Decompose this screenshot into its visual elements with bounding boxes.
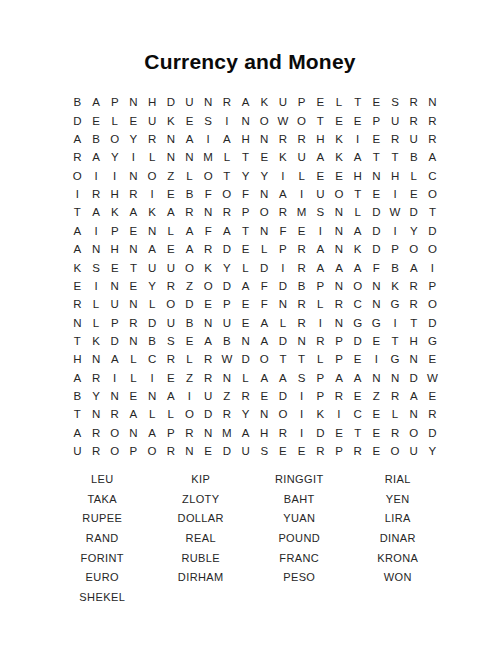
- grid-cell-r19-c15: E: [330, 424, 349, 442]
- grid-cell-r12-c11: F: [255, 296, 274, 314]
- grid-cell-r7-c5: K: [143, 204, 162, 222]
- word-item-yen: YEN: [349, 490, 448, 510]
- grid-cell-r6-c11: N: [255, 186, 274, 204]
- word-item-won: WON: [349, 568, 448, 588]
- grid-cell-r13-c9: U: [218, 314, 237, 332]
- grid-cell-r13-c13: R: [292, 314, 311, 332]
- grid-cell-r3-c12: R: [274, 131, 293, 149]
- grid-cell-r17-c17: Z: [367, 388, 386, 406]
- grid-cell-r2-c10: N: [236, 112, 255, 130]
- grid-cell-r4-c8: M: [199, 149, 218, 167]
- grid-cell-r19-c13: I: [292, 424, 311, 442]
- grid-cell-r3-c4: Y: [124, 131, 143, 149]
- grid-cell-r5-c16: H: [348, 167, 367, 185]
- grid-cell-r11-c17: N: [367, 277, 386, 295]
- grid-cell-r4-c18: T: [386, 149, 405, 167]
- grid-cell-r7-c15: N: [330, 204, 349, 222]
- grid-cell-r18-c5: L: [143, 406, 162, 424]
- grid-cell-r3-c18: R: [386, 131, 405, 149]
- grid-cell-r4-c17: T: [367, 149, 386, 167]
- word-item-franc: FRANC: [250, 548, 349, 568]
- grid-cell-r11-c16: O: [348, 277, 367, 295]
- grid-cell-r8-c14: I: [311, 222, 330, 240]
- grid-cell-r9-c17: D: [367, 241, 386, 259]
- grid-cell-r9-c16: K: [348, 241, 367, 259]
- grid-cell-r7-c6: A: [161, 204, 180, 222]
- grid-cell-r15-c16: E: [348, 351, 367, 369]
- grid-cell-r4-c16: A: [348, 149, 367, 167]
- grid-cell-r1-c15: L: [330, 94, 349, 112]
- grid-cell-r11-c5: Y: [143, 277, 162, 295]
- grid-cell-r1-c19: R: [404, 94, 423, 112]
- grid-cell-r5-c3: I: [105, 167, 124, 185]
- grid-cell-r16-c8: R: [199, 369, 218, 387]
- grid-cell-r7-c16: L: [348, 204, 367, 222]
- grid-cell-r14-c7: E: [180, 332, 199, 350]
- grid-cell-r5-c13: L: [292, 167, 311, 185]
- grid-cell-r11-c8: O: [199, 277, 218, 295]
- grid-cell-r20-c6: R: [161, 443, 180, 461]
- grid-cell-r8-c11: N: [255, 222, 274, 240]
- grid-cell-r3-c3: O: [105, 131, 124, 149]
- grid-cell-r13-c6: U: [161, 314, 180, 332]
- grid-cell-r1-c16: T: [348, 94, 367, 112]
- grid-cell-r15-c1: H: [68, 351, 87, 369]
- grid-cell-r10-c8: K: [199, 259, 218, 277]
- grid-cell-r20-c1: U: [68, 443, 87, 461]
- word-item-rand: RAND: [53, 529, 152, 549]
- grid-cell-r11-c19: R: [404, 277, 423, 295]
- grid-cell-r8-c15: N: [330, 222, 349, 240]
- grid-cell-r11-c6: R: [161, 277, 180, 295]
- grid-cell-r3-c17: E: [367, 131, 386, 149]
- word-item-pound: POUND: [250, 529, 349, 549]
- grid-cell-r5-c15: E: [330, 167, 349, 185]
- word-item-empty: [349, 588, 448, 608]
- grid-cell-r14-c16: D: [348, 332, 367, 350]
- grid-cell-r6-c2: R: [87, 186, 106, 204]
- word-item-euro: EURO: [53, 568, 152, 588]
- grid-cell-r11-c7: Z: [180, 277, 199, 295]
- grid-cell-r3-c11: N: [255, 131, 274, 149]
- grid-cell-r1-c12: U: [274, 94, 293, 112]
- grid-cell-r9-c5: A: [143, 241, 162, 259]
- grid-cell-r18-c9: R: [218, 406, 237, 424]
- grid-cell-r13-c16: G: [348, 314, 367, 332]
- grid-cell-r2-c5: U: [143, 112, 162, 130]
- grid-cell-r14-c20: G: [423, 332, 442, 350]
- grid-cell-r12-c12: N: [274, 296, 293, 314]
- grid-cell-r16-c20: W: [423, 369, 442, 387]
- grid-cell-r15-c13: T: [292, 351, 311, 369]
- grid-cell-r1-c20: N: [423, 94, 442, 112]
- grid-cell-r4-c11: E: [255, 149, 274, 167]
- grid-cell-r2-c1: D: [68, 112, 87, 130]
- grid-cell-r11-c10: A: [236, 277, 255, 295]
- word-item-peso: PESO: [250, 568, 349, 588]
- grid-cell-r14-c12: D: [274, 332, 293, 350]
- grid-cell-r12-c18: G: [386, 296, 405, 314]
- grid-cell-r19-c2: R: [87, 424, 106, 442]
- grid-cell-r15-c9: W: [218, 351, 237, 369]
- grid-cell-r17-c12: D: [274, 388, 293, 406]
- grid-cell-r12-c19: R: [404, 296, 423, 314]
- grid-cell-r5-c11: Y: [255, 167, 274, 185]
- grid-cell-r17-c19: A: [404, 388, 423, 406]
- grid-cell-r15-c17: I: [367, 351, 386, 369]
- grid-cell-r15-c12: T: [274, 351, 293, 369]
- grid-cell-r20-c11: S: [255, 443, 274, 461]
- grid-cell-r10-c9: Y: [218, 259, 237, 277]
- grid-cell-r6-c8: F: [199, 186, 218, 204]
- grid-cell-r3-c6: N: [161, 131, 180, 149]
- grid-cell-r8-c18: I: [386, 222, 405, 240]
- grid-cell-r14-c4: N: [124, 332, 143, 350]
- grid-cell-r5-c7: L: [180, 167, 199, 185]
- grid-cell-r10-c14: A: [311, 259, 330, 277]
- grid-cell-r13-c20: D: [423, 314, 442, 332]
- grid-cell-r12-c8: E: [199, 296, 218, 314]
- grid-cell-r8-c13: E: [292, 222, 311, 240]
- grid-cell-r1-c6: D: [161, 94, 180, 112]
- grid-cell-r20-c14: R: [311, 443, 330, 461]
- grid-cell-r16-c19: D: [404, 369, 423, 387]
- grid-cell-r15-c14: L: [311, 351, 330, 369]
- grid-cell-r19-c20: D: [423, 424, 442, 442]
- word-list: LEUKIPRINGGITRIALTAKAZLOTYBAHTYENRUPEEDO…: [53, 470, 447, 607]
- grid-cell-r8-c12: F: [274, 222, 293, 240]
- grid-cell-r1-c13: P: [292, 94, 311, 112]
- grid-cell-r11-c2: I: [87, 277, 106, 295]
- grid-cell-r4-c3: Y: [105, 149, 124, 167]
- grid-cell-r16-c4: L: [124, 369, 143, 387]
- grid-cell-r11-c9: D: [218, 277, 237, 295]
- letter-grid: BAPNHDUNRAKUPELTESRNDELEUKESINOWOTEEPURR…: [68, 94, 442, 461]
- grid-cell-r17-c5: N: [143, 388, 162, 406]
- grid-cell-r4-c9: L: [218, 149, 237, 167]
- grid-cell-r18-c15: I: [330, 406, 349, 424]
- grid-cell-r3-c5: R: [143, 131, 162, 149]
- grid-cell-r18-c3: R: [105, 406, 124, 424]
- grid-cell-r20-c8: E: [199, 443, 218, 461]
- grid-cell-r18-c13: I: [292, 406, 311, 424]
- grid-cell-r14-c6: S: [161, 332, 180, 350]
- grid-cell-r7-c10: P: [236, 204, 255, 222]
- grid-cell-r1-c2: A: [87, 94, 106, 112]
- grid-cell-r11-c20: P: [423, 277, 442, 295]
- grid-cell-r18-c6: L: [161, 406, 180, 424]
- grid-cell-r6-c10: F: [236, 186, 255, 204]
- grid-cell-r18-c4: A: [124, 406, 143, 424]
- grid-cell-r17-c18: R: [386, 388, 405, 406]
- grid-cell-r17-c16: E: [348, 388, 367, 406]
- grid-cell-r10-c18: B: [386, 259, 405, 277]
- grid-cell-r4-c2: A: [87, 149, 106, 167]
- grid-cell-r9-c1: A: [68, 241, 87, 259]
- grid-cell-r12-c1: R: [68, 296, 87, 314]
- grid-cell-r2-c13: O: [292, 112, 311, 130]
- grid-cell-r2-c14: T: [311, 112, 330, 130]
- grid-cell-r1-c1: B: [68, 94, 87, 112]
- grid-cell-r14-c11: A: [255, 332, 274, 350]
- grid-cell-r19-c8: N: [199, 424, 218, 442]
- grid-cell-r19-c10: A: [236, 424, 255, 442]
- grid-cell-r12-c14: L: [311, 296, 330, 314]
- grid-cell-r2-c11: O: [255, 112, 274, 130]
- grid-cell-r17-c11: E: [255, 388, 274, 406]
- grid-cell-r16-c3: I: [105, 369, 124, 387]
- grid-cell-r5-c12: I: [274, 167, 293, 185]
- grid-cell-r19-c17: E: [367, 424, 386, 442]
- grid-cell-r3-c8: I: [199, 131, 218, 149]
- grid-cell-r9-c9: D: [218, 241, 237, 259]
- grid-cell-r5-c19: L: [404, 167, 423, 185]
- grid-cell-r4-c10: T: [236, 149, 255, 167]
- grid-cell-r13-c11: A: [255, 314, 274, 332]
- grid-cell-r15-c7: L: [180, 351, 199, 369]
- grid-cell-r5-c10: Y: [236, 167, 255, 185]
- word-item-forint: FORINT: [53, 548, 152, 568]
- grid-cell-r11-c3: N: [105, 277, 124, 295]
- grid-cell-r8-c4: E: [124, 222, 143, 240]
- grid-cell-r8-c1: A: [68, 222, 87, 240]
- grid-cell-r7-c9: R: [218, 204, 237, 222]
- grid-cell-r20-c9: D: [218, 443, 237, 461]
- grid-cell-r10-c20: I: [423, 259, 442, 277]
- grid-cell-r20-c4: P: [124, 443, 143, 461]
- grid-cell-r12-c3: U: [105, 296, 124, 314]
- grid-cell-r10-c19: A: [404, 259, 423, 277]
- grid-cell-r15-c19: N: [404, 351, 423, 369]
- grid-cell-r19-c16: T: [348, 424, 367, 442]
- grid-cell-r18-c11: N: [255, 406, 274, 424]
- grid-cell-r8-c10: T: [236, 222, 255, 240]
- grid-cell-r17-c15: R: [330, 388, 349, 406]
- grid-cell-r8-c5: N: [143, 222, 162, 240]
- word-item-yuan: YUAN: [250, 509, 349, 529]
- grid-cell-r6-c15: O: [330, 186, 349, 204]
- grid-cell-r10-c12: I: [274, 259, 293, 277]
- grid-cell-r9-c14: A: [311, 241, 330, 259]
- grid-cell-r17-c6: A: [161, 388, 180, 406]
- grid-cell-r11-c15: N: [330, 277, 349, 295]
- grid-cell-r19-c14: D: [311, 424, 330, 442]
- grid-cell-r17-c9: Z: [218, 388, 237, 406]
- grid-cell-r13-c8: N: [199, 314, 218, 332]
- grid-cell-r9-c11: L: [255, 241, 274, 259]
- grid-cell-r6-c19: E: [404, 186, 423, 204]
- grid-cell-r7-c17: D: [367, 204, 386, 222]
- grid-cell-r13-c3: P: [105, 314, 124, 332]
- grid-cell-r2-c19: R: [404, 112, 423, 130]
- grid-cell-r16-c1: A: [68, 369, 87, 387]
- grid-cell-r10-c11: D: [255, 259, 274, 277]
- grid-cell-r4-c12: K: [274, 149, 293, 167]
- grid-cell-r13-c12: L: [274, 314, 293, 332]
- grid-cell-r5-c2: I: [87, 167, 106, 185]
- grid-cell-r9-c20: O: [423, 241, 442, 259]
- grid-cell-r7-c19: D: [404, 204, 423, 222]
- grid-cell-r10-c15: A: [330, 259, 349, 277]
- grid-cell-r10-c4: T: [124, 259, 143, 277]
- grid-cell-r16-c7: Z: [180, 369, 199, 387]
- grid-cell-r11-c18: K: [386, 277, 405, 295]
- grid-cell-r17-c13: I: [292, 388, 311, 406]
- grid-cell-r6-c5: I: [143, 186, 162, 204]
- grid-cell-r1-c4: N: [124, 94, 143, 112]
- grid-cell-r19-c12: R: [274, 424, 293, 442]
- grid-cell-r3-c7: A: [180, 131, 199, 149]
- grid-cell-r9-c19: O: [404, 241, 423, 259]
- word-item-shekel: SHEKEL: [53, 588, 152, 608]
- grid-cell-r20-c12: E: [274, 443, 293, 461]
- grid-cell-r10-c5: U: [143, 259, 162, 277]
- puzzle-page: Currency and Money BAPNHDUNRAKUPELTESRND…: [0, 0, 500, 647]
- grid-cell-r16-c16: A: [348, 369, 367, 387]
- grid-cell-r19-c5: A: [143, 424, 162, 442]
- grid-cell-r1-c18: S: [386, 94, 405, 112]
- grid-cell-r7-c4: A: [124, 204, 143, 222]
- word-item-empty: [250, 588, 349, 608]
- grid-cell-r18-c16: C: [348, 406, 367, 424]
- grid-cell-r4-c1: R: [68, 149, 87, 167]
- grid-cell-r19-c18: R: [386, 424, 405, 442]
- grid-cell-r1-c9: R: [218, 94, 237, 112]
- grid-cell-r6-c9: O: [218, 186, 237, 204]
- grid-cell-r11-c4: E: [124, 277, 143, 295]
- grid-cell-r12-c2: L: [87, 296, 106, 314]
- grid-cell-r15-c8: R: [199, 351, 218, 369]
- grid-cell-r19-c19: O: [404, 424, 423, 442]
- grid-cell-r12-c4: N: [124, 296, 143, 314]
- grid-cell-r19-c4: N: [124, 424, 143, 442]
- grid-cell-r17-c4: E: [124, 388, 143, 406]
- grid-cell-r8-c6: L: [161, 222, 180, 240]
- grid-cell-r17-c7: I: [180, 388, 199, 406]
- grid-cell-r12-c17: N: [367, 296, 386, 314]
- grid-cell-r6-c1: I: [68, 186, 87, 204]
- grid-cell-r1-c11: K: [255, 94, 274, 112]
- grid-cell-r14-c15: P: [330, 332, 349, 350]
- grid-cell-r8-c17: D: [367, 222, 386, 240]
- grid-cell-r5-c6: Z: [161, 167, 180, 185]
- grid-cell-r17-c8: U: [199, 388, 218, 406]
- grid-cell-r12-c7: D: [180, 296, 199, 314]
- grid-cell-r20-c13: E: [292, 443, 311, 461]
- grid-cell-r13-c14: I: [311, 314, 330, 332]
- word-item-ruble: RUBLE: [152, 548, 251, 568]
- grid-cell-r12-c16: C: [348, 296, 367, 314]
- grid-cell-r2-c6: K: [161, 112, 180, 130]
- grid-cell-r2-c18: U: [386, 112, 405, 130]
- grid-cell-r18-c7: O: [180, 406, 199, 424]
- grid-cell-r10-c17: F: [367, 259, 386, 277]
- word-item-taka: TAKA: [53, 490, 152, 510]
- grid-cell-r9-c12: P: [274, 241, 293, 259]
- grid-cell-r15-c3: A: [105, 351, 124, 369]
- grid-cell-r6-c6: E: [161, 186, 180, 204]
- grid-cell-r1-c17: E: [367, 94, 386, 112]
- grid-cell-r9-c2: N: [87, 241, 106, 259]
- grid-cell-r11-c1: E: [68, 277, 87, 295]
- grid-cell-r3-c20: R: [423, 131, 442, 149]
- grid-cell-r18-c2: N: [87, 406, 106, 424]
- grid-cell-r13-c2: L: [87, 314, 106, 332]
- grid-cell-r15-c15: P: [330, 351, 349, 369]
- grid-cell-r14-c18: T: [386, 332, 405, 350]
- grid-cell-r7-c7: R: [180, 204, 199, 222]
- grid-cell-r3-c9: A: [218, 131, 237, 149]
- word-item-ringgit: RINGGIT: [250, 470, 349, 490]
- grid-cell-r13-c7: B: [180, 314, 199, 332]
- grid-cell-r7-c3: K: [105, 204, 124, 222]
- word-item-leu: LEU: [53, 470, 152, 490]
- grid-cell-r12-c5: L: [143, 296, 162, 314]
- grid-cell-r6-c17: E: [367, 186, 386, 204]
- grid-cell-r11-c12: D: [274, 277, 293, 295]
- grid-cell-r4-c13: U: [292, 149, 311, 167]
- grid-cell-r13-c1: N: [68, 314, 87, 332]
- grid-cell-r17-c2: Y: [87, 388, 106, 406]
- grid-cell-r6-c16: T: [348, 186, 367, 204]
- grid-cell-r6-c13: I: [292, 186, 311, 204]
- grid-cell-r13-c18: I: [386, 314, 405, 332]
- grid-cell-r10-c7: O: [180, 259, 199, 277]
- grid-cell-r2-c8: S: [199, 112, 218, 130]
- grid-cell-r16-c10: L: [236, 369, 255, 387]
- grid-cell-r2-c20: R: [423, 112, 442, 130]
- grid-cell-r2-c3: L: [105, 112, 124, 130]
- grid-cell-r18-c10: Y: [236, 406, 255, 424]
- grid-cell-r7-c20: T: [423, 204, 442, 222]
- word-item-dollar: DOLLAR: [152, 509, 251, 529]
- grid-cell-r4-c14: A: [311, 149, 330, 167]
- grid-cell-r1-c14: E: [311, 94, 330, 112]
- grid-cell-r9-c7: A: [180, 241, 199, 259]
- grid-cell-r13-c15: N: [330, 314, 349, 332]
- grid-cell-r2-c15: E: [330, 112, 349, 130]
- grid-cell-r9-c4: N: [124, 241, 143, 259]
- grid-cell-r16-c17: N: [367, 369, 386, 387]
- grid-cell-r20-c2: R: [87, 443, 106, 461]
- grid-cell-r10-c6: U: [161, 259, 180, 277]
- grid-cell-r11-c11: F: [255, 277, 274, 295]
- grid-cell-r17-c20: E: [423, 388, 442, 406]
- grid-cell-r1-c8: N: [199, 94, 218, 112]
- grid-cell-r5-c8: O: [199, 167, 218, 185]
- puzzle-title: Currency and Money: [0, 50, 500, 74]
- grid-cell-r6-c3: H: [105, 186, 124, 204]
- grid-cell-r14-c5: B: [143, 332, 162, 350]
- grid-cell-r13-c19: T: [404, 314, 423, 332]
- grid-cell-r20-c19: U: [404, 443, 423, 461]
- grid-cell-r11-c13: B: [292, 277, 311, 295]
- grid-cell-r10-c2: S: [87, 259, 106, 277]
- grid-cell-r20-c10: U: [236, 443, 255, 461]
- grid-cell-r10-c3: E: [105, 259, 124, 277]
- grid-cell-r4-c19: B: [404, 149, 423, 167]
- grid-cell-r20-c20: Y: [423, 443, 442, 461]
- word-item-real: REAL: [152, 529, 251, 549]
- grid-cell-r18-c1: T: [68, 406, 87, 424]
- grid-cell-r1-c5: H: [143, 94, 162, 112]
- grid-cell-r15-c5: C: [143, 351, 162, 369]
- grid-cell-r16-c18: N: [386, 369, 405, 387]
- grid-cell-r1-c7: U: [180, 94, 199, 112]
- grid-cell-r10-c16: A: [348, 259, 367, 277]
- grid-cell-r17-c14: P: [311, 388, 330, 406]
- grid-cell-r5-c9: T: [218, 167, 237, 185]
